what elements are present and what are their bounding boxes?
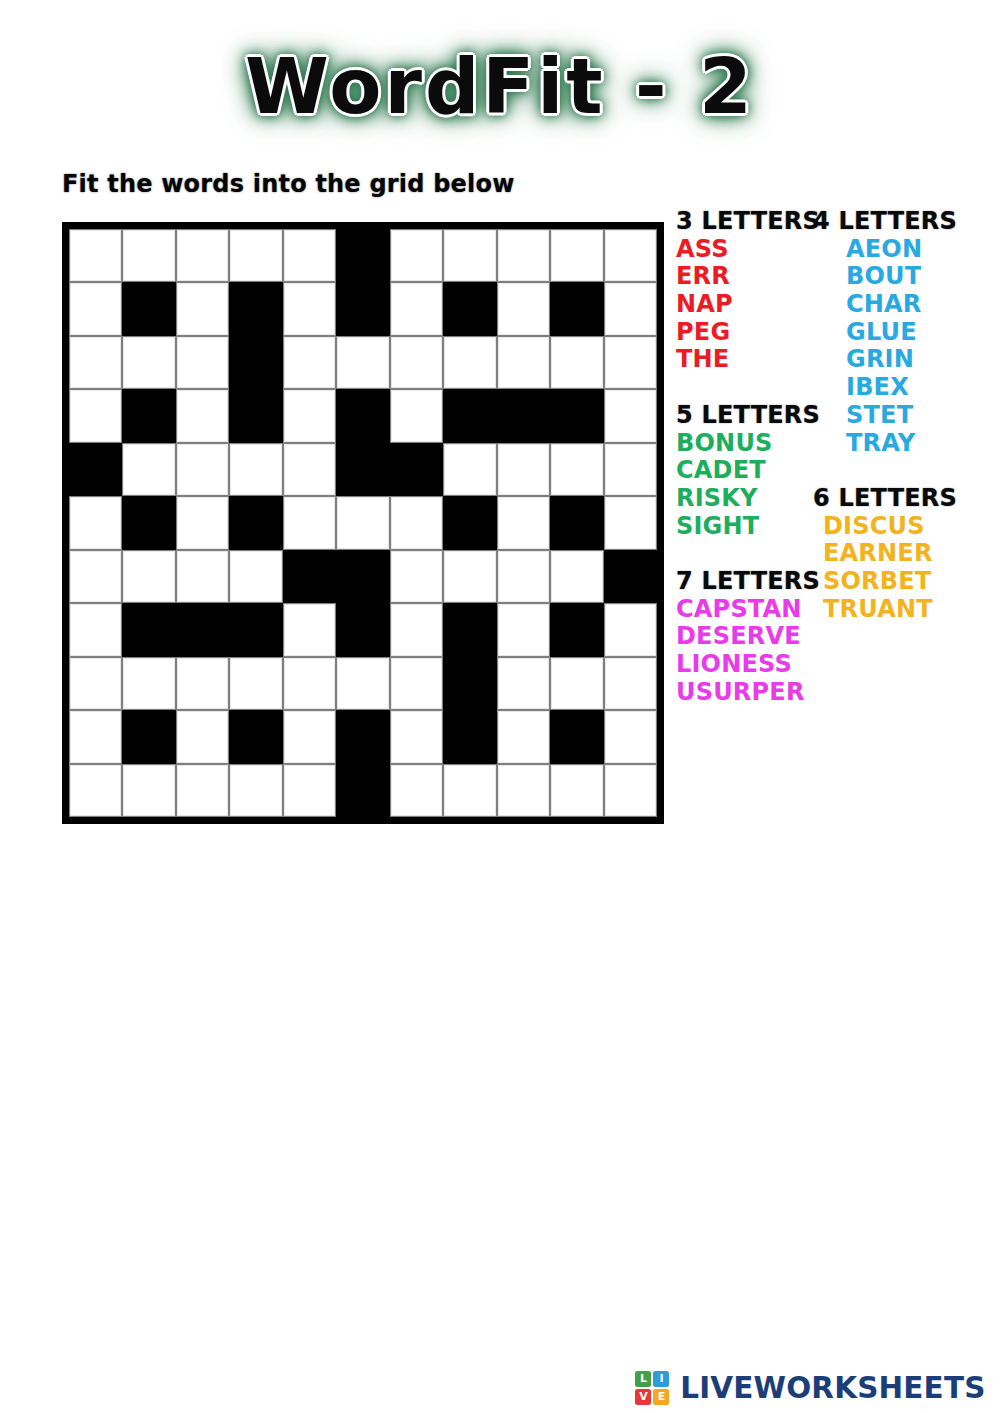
page-title: WordFit - 2 (0, 42, 1000, 131)
grid-cell-r1-c10[interactable] (550, 229, 603, 282)
grid-cell-r5-c6 (336, 443, 389, 496)
word-item-peg: PEG (676, 319, 811, 347)
word-list-heading-4-letters: 4 LETTERS (813, 208, 973, 236)
word-item-capstan: CAPSTAN (676, 596, 811, 624)
word-item-sorbet: SORBET (823, 568, 973, 596)
grid-cell-r2-c11[interactable] (604, 282, 657, 335)
grid-cell-r10-c2 (122, 710, 175, 763)
grid-cell-r11-c8[interactable] (443, 764, 496, 817)
grid-cell-r11-c11[interactable] (604, 764, 657, 817)
grid-cell-r5-c8[interactable] (443, 443, 496, 496)
grid-cell-r8-c8 (443, 603, 496, 656)
grid-cell-r9-c5[interactable] (283, 657, 336, 710)
grid-cell-r1-c9[interactable] (497, 229, 550, 282)
word-list-heading-3-letters: 3 LETTERS (676, 208, 811, 236)
grid-cell-r8-c11[interactable] (604, 603, 657, 656)
grid-cell-r2-c10 (550, 282, 603, 335)
grid-cell-r3-c6[interactable] (336, 336, 389, 389)
grid-cell-r9-c1[interactable] (69, 657, 122, 710)
logo-tile-v: V (635, 1389, 651, 1405)
grid-cell-r2-c6 (336, 282, 389, 335)
grid-cell-r11-c9[interactable] (497, 764, 550, 817)
grid-cell-r3-c10[interactable] (550, 336, 603, 389)
word-item-cadet: CADET (676, 457, 811, 485)
grid-cell-r4-c10 (550, 389, 603, 442)
grid-cell-r5-c5[interactable] (283, 443, 336, 496)
grid-cell-r5-c10[interactable] (550, 443, 603, 496)
word-item-truant: TRUANT (823, 596, 973, 624)
grid-cell-r9-c3[interactable] (176, 657, 229, 710)
grid-cell-r5-c2[interactable] (122, 443, 175, 496)
grid-cell-r6-c7[interactable] (390, 496, 443, 549)
logo-tile-e: E (653, 1389, 669, 1405)
grid-cell-r10-c8 (443, 710, 496, 763)
grid-cell-r9-c2[interactable] (122, 657, 175, 710)
grid-cell-r10-c10 (550, 710, 603, 763)
grid-cell-r10-c4 (229, 710, 282, 763)
grid-cell-r5-c11[interactable] (604, 443, 657, 496)
word-list-column-right: 4 LETTERSAEONBOUTCHARGLUEGRINIBEXSTETTRA… (813, 208, 973, 623)
grid-cell-r1-c11[interactable] (604, 229, 657, 282)
grid-cell-r4-c2 (122, 389, 175, 442)
grid-cell-r10-c5[interactable] (283, 710, 336, 763)
word-item-grin: GRIN (846, 346, 973, 374)
grid-cell-r3-c3[interactable] (176, 336, 229, 389)
liveworksheets-logo-icon: LIVE (635, 1371, 669, 1405)
grid-cell-r9-c9[interactable] (497, 657, 550, 710)
grid-cell-r8-c6 (336, 603, 389, 656)
logo-tile-i: I (653, 1371, 669, 1387)
grid-cell-r7-c8[interactable] (443, 550, 496, 603)
grid-cell-r10-c7[interactable] (390, 710, 443, 763)
grid-cell-r8-c5[interactable] (283, 603, 336, 656)
grid-cell-r3-c9[interactable] (497, 336, 550, 389)
word-item-tray: TRAY (846, 430, 973, 458)
grid-cell-r6-c9[interactable] (497, 496, 550, 549)
word-item-discus: DISCUS (823, 513, 973, 541)
grid-cell-r1-c4[interactable] (229, 229, 282, 282)
logo-tile-l: L (635, 1371, 651, 1387)
word-list-heading-5-letters: 5 LETTERS (676, 402, 811, 430)
grid-cell-r11-c7[interactable] (390, 764, 443, 817)
grid-cell-r10-c6 (336, 710, 389, 763)
grid-cell-r6-c11[interactable] (604, 496, 657, 549)
grid-cell-r9-c7[interactable] (390, 657, 443, 710)
grid-cell-r7-c2[interactable] (122, 550, 175, 603)
grid-cell-r2-c8 (443, 282, 496, 335)
grid-cell-r3-c1[interactable] (69, 336, 122, 389)
grid-cell-r4-c5[interactable] (283, 389, 336, 442)
grid-cell-r6-c10 (550, 496, 603, 549)
grid-cell-r1-c7[interactable] (390, 229, 443, 282)
grid-cell-r9-c11[interactable] (604, 657, 657, 710)
grid-cell-r9-c8 (443, 657, 496, 710)
grid-cell-r6-c8 (443, 496, 496, 549)
grid-cell-r4-c1[interactable] (69, 389, 122, 442)
grid-cell-r3-c7[interactable] (390, 336, 443, 389)
grid-cell-r4-c6 (336, 389, 389, 442)
grid-cell-r7-c5 (283, 550, 336, 603)
grid-cell-r2-c2 (122, 282, 175, 335)
grid-cell-r2-c4 (229, 282, 282, 335)
grid-cell-r8-c7[interactable] (390, 603, 443, 656)
grid-cell-r2-c3[interactable] (176, 282, 229, 335)
instructions-text: Fit the words into the grid below (62, 170, 515, 198)
grid-cell-r7-c6 (336, 550, 389, 603)
word-list-spacer (813, 457, 973, 485)
grid-cell-r1-c5[interactable] (283, 229, 336, 282)
wordfit-grid (62, 222, 664, 824)
grid-cell-r1-c1[interactable] (69, 229, 122, 282)
grid-cell-r3-c2[interactable] (122, 336, 175, 389)
grid-cell-r11-c6 (336, 764, 389, 817)
grid-cell-r9-c6[interactable] (336, 657, 389, 710)
grid-cell-r2-c9[interactable] (497, 282, 550, 335)
word-item-stet: STET (846, 402, 973, 430)
grid-cell-r3-c4 (229, 336, 282, 389)
grid-cell-r1-c2[interactable] (122, 229, 175, 282)
grid-cell-r7-c11 (604, 550, 657, 603)
grid-cell-r10-c11[interactable] (604, 710, 657, 763)
grid-cell-r7-c1[interactable] (69, 550, 122, 603)
grid-cell-r5-c3[interactable] (176, 443, 229, 496)
grid-cell-r8-c1[interactable] (69, 603, 122, 656)
grid-cell-r11-c3[interactable] (176, 764, 229, 817)
word-item-earner: EARNER (823, 540, 973, 568)
grid-cell-r5-c9[interactable] (497, 443, 550, 496)
word-list-spacer (676, 540, 811, 568)
word-list-column-left: 3 LETTERSASSERRNAPPEGTHE5 LETTERSBONUSCA… (676, 208, 811, 706)
word-item-deserve: DESERVE (676, 623, 811, 651)
word-list-heading-6-letters: 6 LETTERS (813, 485, 973, 513)
grid-cell-r4-c8 (443, 389, 496, 442)
grid-cell-r6-c4 (229, 496, 282, 549)
grid-cell-r5-c7 (390, 443, 443, 496)
grid-cell-r7-c7[interactable] (390, 550, 443, 603)
word-list-spacer (676, 374, 811, 402)
grid-cell-r11-c10[interactable] (550, 764, 603, 817)
grid-cell-r3-c11[interactable] (604, 336, 657, 389)
grid-cell-r6-c5[interactable] (283, 496, 336, 549)
grid-cell-r2-c5[interactable] (283, 282, 336, 335)
grid-cell-r7-c9[interactable] (497, 550, 550, 603)
word-item-nap: NAP (676, 291, 811, 319)
grid-cell-r6-c2 (122, 496, 175, 549)
grid-cell-r5-c4[interactable] (229, 443, 282, 496)
grid-cell-r1-c6 (336, 229, 389, 282)
brand-name: LIVEWORKSHEETS (681, 1370, 986, 1405)
worksheet-page: WordFit - 2 Fit the words into the grid … (0, 0, 1000, 1413)
grid-cell-r6-c1[interactable] (69, 496, 122, 549)
grid-cell-r4-c4 (229, 389, 282, 442)
word-item-aeon: AEON (846, 236, 973, 264)
grid-cell-r10-c9[interactable] (497, 710, 550, 763)
grid-cell-r4-c11[interactable] (604, 389, 657, 442)
word-item-glue: GLUE (846, 319, 973, 347)
word-item-bonus: BONUS (676, 430, 811, 458)
word-item-char: CHAR (846, 291, 973, 319)
word-item-risky: RISKY (676, 485, 811, 513)
grid-cell-r8-c9[interactable] (497, 603, 550, 656)
word-item-the: THE (676, 346, 811, 374)
grid-cell-r10-c3[interactable] (176, 710, 229, 763)
word-item-lioness: LIONESS (676, 651, 811, 679)
grid-cell-r3-c5[interactable] (283, 336, 336, 389)
grid-cell-r1-c8[interactable] (443, 229, 496, 282)
grid-cell-r6-c6[interactable] (336, 496, 389, 549)
word-item-ibex: IBEX (846, 374, 973, 402)
word-item-sight: SIGHT (676, 513, 811, 541)
grid-cell-r1-c3[interactable] (176, 229, 229, 282)
grid-cell-r3-c8[interactable] (443, 336, 496, 389)
liveworksheets-footer: LIVE LIVEWORKSHEETS (635, 1370, 986, 1405)
grid-cell-r8-c4 (229, 603, 282, 656)
word-item-ass: ASS (676, 236, 811, 264)
grid-cell-r2-c1[interactable] (69, 282, 122, 335)
grid-cell-r7-c4[interactable] (229, 550, 282, 603)
word-list-heading-7-letters: 7 LETTERS (676, 568, 811, 596)
grid-cell-r11-c5[interactable] (283, 764, 336, 817)
grid-cell-r4-c7[interactable] (390, 389, 443, 442)
grid-cell-r11-c4[interactable] (229, 764, 282, 817)
word-item-err: ERR (676, 263, 811, 291)
grid-cell-r2-c7[interactable] (390, 282, 443, 335)
grid-cell-r8-c2 (122, 603, 175, 656)
word-item-usurper: USURPER (676, 679, 811, 707)
grid-cell-r8-c3 (176, 603, 229, 656)
grid-cell-r8-c10 (550, 603, 603, 656)
grid-cell-r4-c3[interactable] (176, 389, 229, 442)
grid-cell-r6-c3[interactable] (176, 496, 229, 549)
grid-cell-r11-c1[interactable] (69, 764, 122, 817)
grid-cell-r9-c4[interactable] (229, 657, 282, 710)
word-item-bout: BOUT (846, 263, 973, 291)
grid-cell-r11-c2[interactable] (122, 764, 175, 817)
grid-cell-r10-c1[interactable] (69, 710, 122, 763)
grid-cell-r5-c1 (69, 443, 122, 496)
grid-cell-r4-c9 (497, 389, 550, 442)
grid-cell-r7-c10[interactable] (550, 550, 603, 603)
grid-cell-r7-c3[interactable] (176, 550, 229, 603)
grid-cell-r9-c10[interactable] (550, 657, 603, 710)
